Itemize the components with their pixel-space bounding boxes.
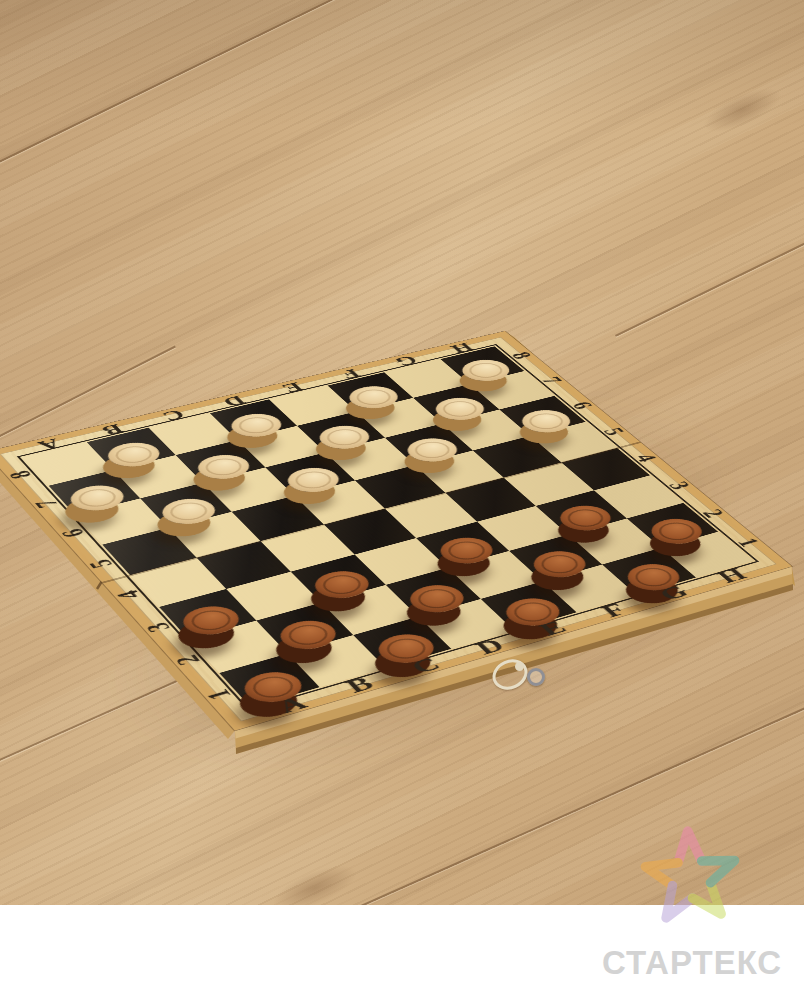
coord-label-left-4: 4 xyxy=(112,588,146,602)
coord-label-left-1: 1 xyxy=(202,687,237,703)
coord-label-top-A: A xyxy=(34,436,64,452)
watermark-star-icon xyxy=(620,810,760,950)
coord-label-top-D: D xyxy=(219,393,248,408)
coord-label-top-E: E xyxy=(279,380,307,394)
watermark-text: СТАРТЕКС xyxy=(602,944,782,982)
coord-label-top-B: B xyxy=(98,422,126,437)
table-photo: AABBCCDDEEFFGGHH1122334455667788 xyxy=(0,0,804,905)
coord-label-right-1: 1 xyxy=(732,536,763,549)
coord-label-right-4: 4 xyxy=(631,452,661,464)
coord-label-top-H: H xyxy=(447,341,477,355)
coord-label-right-8: 8 xyxy=(507,350,536,360)
coord-label-top-C: C xyxy=(159,407,188,422)
coord-label-right-5: 5 xyxy=(599,426,629,437)
coord-label-left-3: 3 xyxy=(141,620,175,634)
coord-label-left-7: 7 xyxy=(30,497,63,510)
coord-label-left-5: 5 xyxy=(84,557,118,571)
coord-label-right-7: 7 xyxy=(537,375,566,386)
clasp-eye-screw-icon xyxy=(527,668,545,686)
coord-label-top-F: F xyxy=(337,367,363,381)
coord-label-left-2: 2 xyxy=(171,653,206,668)
coord-label-bottom-F: F xyxy=(596,600,631,620)
coord-label-left-6: 6 xyxy=(57,527,90,540)
product-photo-scene: AABBCCDDEEFFGGHH1122334455667788 СТАРТЕК… xyxy=(0,0,804,1004)
coord-label-right-2: 2 xyxy=(698,507,729,519)
coord-label-left-8: 8 xyxy=(5,469,37,481)
coord-label-right-3: 3 xyxy=(664,479,694,491)
coord-label-right-6: 6 xyxy=(567,400,596,411)
clasp-rope-knot xyxy=(515,662,524,671)
